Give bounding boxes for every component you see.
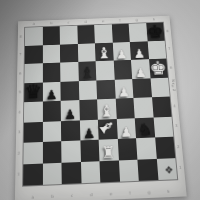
- brand-logo-icon: ❖: [164, 164, 174, 176]
- black-pawn-d3: ♟: [83, 126, 95, 140]
- coord-label: c: [67, 21, 69, 24]
- square-h5: [150, 77, 170, 97]
- coord-label: b: [51, 195, 54, 199]
- coord-label: 6: [19, 72, 21, 76]
- black-bishop-d6: ♝: [79, 64, 94, 80]
- square-h2: [155, 137, 176, 159]
- coord-label: a: [33, 22, 35, 25]
- square-d5: [78, 80, 97, 100]
- white-king-h6: ♚: [149, 59, 168, 78]
- black-pawn-b5: ♟: [46, 88, 58, 101]
- square-b1: [42, 162, 61, 185]
- coord-label: h: [153, 18, 156, 21]
- square-c3: [61, 120, 80, 141]
- square-a5: ♛: [24, 82, 42, 102]
- white-pawn-f3: ♟: [120, 125, 133, 139]
- square-e7: ♝: [95, 42, 113, 61]
- square-e6: [96, 61, 115, 80]
- coord-label: d: [85, 20, 87, 23]
- square-g8: [129, 23, 148, 41]
- square-c7: [60, 44, 78, 63]
- square-h8: ♚: [146, 23, 165, 41]
- coord-label: 3: [175, 124, 178, 128]
- white-pawn-f7: ♟: [116, 48, 128, 60]
- coord-label: 4: [18, 110, 20, 114]
- square-a7: [25, 45, 43, 64]
- coord-label: g: [148, 191, 151, 195]
- coord-label: f: [119, 19, 120, 22]
- photo-scene: abcdefgh abcdefgh 87654321 87654321 Nr. …: [0, 0, 200, 200]
- coord-label: d: [90, 193, 93, 197]
- square-c2: [61, 140, 80, 162]
- black-king-h8: ♚: [146, 23, 164, 41]
- coord-label: b: [50, 22, 52, 25]
- square-h6: ♚: [149, 59, 168, 78]
- square-f4: [115, 98, 134, 119]
- square-e2: ♜: [99, 139, 119, 161]
- square-d7: [77, 43, 95, 62]
- coord-label: f: [129, 191, 131, 195]
- square-h7: [147, 40, 166, 59]
- square-g5: [132, 78, 151, 98]
- white-bishop-e4: ♝: [99, 102, 115, 119]
- square-b5: ♟: [42, 81, 60, 101]
- square-d3: ♟: [79, 119, 98, 140]
- coord-label: g: [135, 19, 137, 22]
- square-g2: [136, 137, 156, 159]
- square-a3: [24, 121, 43, 142]
- coord-label: 4: [173, 104, 176, 108]
- square-b7: [42, 44, 60, 63]
- coord-label: 3: [18, 131, 20, 135]
- square-d4: [79, 99, 98, 120]
- square-f2: [117, 138, 137, 160]
- coord-label: 8: [20, 35, 22, 38]
- black-pawn-c4: ♟: [64, 107, 76, 120]
- coord-label: 1: [17, 173, 20, 177]
- square-f3: ♟: [116, 118, 136, 139]
- square-c8: [60, 26, 78, 45]
- square-a2: [23, 142, 42, 164]
- square-e8: [94, 24, 112, 42]
- coord-label: 2: [177, 145, 180, 149]
- square-d6: ♝: [78, 61, 96, 81]
- white-pawn-g6: ♟: [135, 66, 147, 79]
- coord-label: e: [102, 20, 104, 23]
- white-pawn-f5: ♟: [118, 85, 130, 98]
- square-f7: ♟: [112, 42, 131, 61]
- mat-brand-text: Nr. 2: [170, 79, 176, 92]
- square-f5: ♟: [114, 79, 133, 99]
- black-queen-a5: ♛: [24, 83, 42, 103]
- square-d8: [77, 25, 95, 43]
- square-c6: [60, 62, 78, 82]
- coord-label: h: [167, 190, 170, 194]
- square-g3: ♞: [135, 117, 155, 138]
- square-e3: ♝: [98, 119, 117, 140]
- square-a4: [24, 102, 43, 123]
- coord-label: 7: [168, 47, 171, 50]
- board-photo: abcdefgh abcdefgh 87654321 87654321 Nr. …: [0, 0, 200, 200]
- white-rook-e2: ♜: [101, 144, 116, 160]
- chess-mat: abcdefgh abcdefgh 87654321 87654321 Nr. …: [15, 16, 187, 200]
- square-c4: ♟: [61, 100, 80, 121]
- coord-label: 5: [19, 91, 21, 95]
- square-g6: ♟: [131, 59, 150, 78]
- square-d2: [80, 140, 100, 162]
- coord-label: a: [32, 196, 34, 200]
- square-d1: [80, 161, 100, 183]
- square-b3: [42, 121, 61, 142]
- black-knight-g3: ♞: [137, 121, 153, 138]
- square-e4: ♝: [97, 99, 116, 120]
- square-f6: [113, 60, 132, 79]
- coord-label: 1: [179, 166, 182, 170]
- square-g7: ♟: [130, 41, 149, 60]
- square-b8: [42, 26, 60, 45]
- white-pawn-g7: ♟: [133, 47, 145, 59]
- coord-label: c: [71, 194, 73, 198]
- square-e1: [99, 160, 119, 182]
- white-bishop-e3-fallen: ♝: [95, 116, 118, 138]
- square-a1: [23, 163, 42, 186]
- coord-label: 8: [166, 30, 169, 33]
- square-a8: [25, 27, 43, 46]
- square-c5: [60, 81, 78, 101]
- square-c1: [61, 162, 81, 184]
- square-g1: [137, 158, 158, 180]
- square-e5: [96, 79, 115, 99]
- white-bishop-e7: ♝: [96, 45, 111, 61]
- square-a6: [24, 63, 42, 83]
- square-b6: [42, 63, 60, 83]
- chess-board: ♚♝♟♟♝♟♚♛♟♟♟♝♟♝♟♞♜❖: [23, 23, 177, 186]
- coord-label: 2: [18, 151, 21, 155]
- square-g4: [133, 97, 153, 118]
- coord-label: e: [110, 192, 113, 196]
- coord-label: 6: [170, 66, 173, 70]
- coord-label: 7: [19, 53, 21, 57]
- square-f8: [111, 24, 129, 42]
- square-h1: ❖: [156, 158, 177, 180]
- square-h4: [152, 97, 172, 118]
- file-labels-bottom: abcdefgh: [23, 189, 179, 200]
- square-b2: [42, 141, 61, 163]
- square-f1: [118, 159, 138, 181]
- square-b4: [42, 101, 60, 122]
- square-h3: [153, 116, 173, 137]
- rank-labels-left: 87654321: [17, 28, 22, 186]
